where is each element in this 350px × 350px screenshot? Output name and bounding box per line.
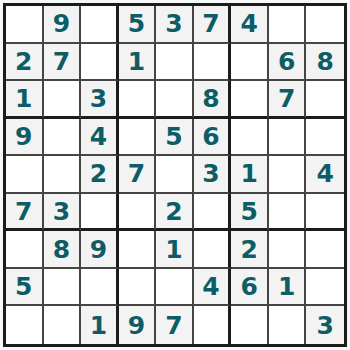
cell-r5c2[interactable] [44,156,82,194]
cell-r9c5: 7 [156,306,194,344]
cell-r2c2: 7 [44,44,82,82]
cell-r4c3: 4 [81,119,119,157]
cell-r3c2[interactable] [44,81,82,119]
cell-r6c2: 3 [44,194,82,232]
cell-r6c8[interactable] [269,194,307,232]
cell-r2c6[interactable] [194,44,232,82]
cell-r1c3[interactable] [81,6,119,44]
cell-r7c5: 1 [156,231,194,269]
cell-r7c6[interactable] [194,231,232,269]
cell-r8c3[interactable] [81,269,119,307]
cell-r3c7[interactable] [231,81,269,119]
cell-r5c4: 7 [119,156,157,194]
cell-r4c9[interactable] [306,119,344,157]
cell-r5c3: 2 [81,156,119,194]
cell-r8c4[interactable] [119,269,157,307]
cell-r4c6: 6 [194,119,232,157]
cell-r3c1: 1 [6,81,44,119]
cell-r4c1: 9 [6,119,44,157]
cell-r2c9: 8 [306,44,344,82]
cell-r4c5: 5 [156,119,194,157]
cell-r8c7: 6 [231,269,269,307]
cell-r8c8: 1 [269,269,307,307]
cell-r9c7[interactable] [231,306,269,344]
cell-r8c9[interactable] [306,269,344,307]
cell-r5c7: 1 [231,156,269,194]
cell-r1c1[interactable] [6,6,44,44]
cell-r8c1: 5 [6,269,44,307]
cell-r1c6: 7 [194,6,232,44]
cell-r9c3: 1 [81,306,119,344]
cell-r6c6[interactable] [194,194,232,232]
cell-r4c4[interactable] [119,119,157,157]
cell-r9c2[interactable] [44,306,82,344]
cell-r1c9[interactable] [306,6,344,44]
cell-r7c2: 8 [44,231,82,269]
cell-r9c6[interactable] [194,306,232,344]
cell-r8c2[interactable] [44,269,82,307]
cell-r6c3[interactable] [81,194,119,232]
cell-r2c5[interactable] [156,44,194,82]
cell-r1c5: 3 [156,6,194,44]
cell-r5c9: 4 [306,156,344,194]
cell-r1c4: 5 [119,6,157,44]
cell-r6c9[interactable] [306,194,344,232]
cell-r3c8: 7 [269,81,307,119]
cell-r9c9: 3 [306,306,344,344]
cell-r7c8[interactable] [269,231,307,269]
cell-r3c5[interactable] [156,81,194,119]
cell-r2c4: 1 [119,44,157,82]
cell-r6c7: 5 [231,194,269,232]
cell-r3c3: 3 [81,81,119,119]
cell-r5c6: 3 [194,156,232,194]
cell-r7c9[interactable] [306,231,344,269]
cell-r1c2: 9 [44,6,82,44]
cell-r7c3: 9 [81,231,119,269]
cell-r6c4[interactable] [119,194,157,232]
cell-r3c4[interactable] [119,81,157,119]
sudoku-board: 953742716813879456273147325891254611973 [3,3,347,347]
cell-r4c7[interactable] [231,119,269,157]
cell-r2c8: 6 [269,44,307,82]
cell-r6c1: 7 [6,194,44,232]
cell-r3c6: 8 [194,81,232,119]
cell-r7c7: 2 [231,231,269,269]
cell-r8c6: 4 [194,269,232,307]
cell-r5c5[interactable] [156,156,194,194]
cell-r2c1: 2 [6,44,44,82]
cell-r4c8[interactable] [269,119,307,157]
cell-r1c7: 4 [231,6,269,44]
cell-r7c1[interactable] [6,231,44,269]
cell-r3c9[interactable] [306,81,344,119]
cell-r9c4: 9 [119,306,157,344]
cell-r6c5: 2 [156,194,194,232]
cell-r4c2[interactable] [44,119,82,157]
cell-r5c1[interactable] [6,156,44,194]
cell-r2c7[interactable] [231,44,269,82]
cell-r9c1[interactable] [6,306,44,344]
cell-r5c8[interactable] [269,156,307,194]
cell-r7c4[interactable] [119,231,157,269]
cell-r2c3[interactable] [81,44,119,82]
cell-r9c8[interactable] [269,306,307,344]
cell-r1c8[interactable] [269,6,307,44]
cell-r8c5[interactable] [156,269,194,307]
